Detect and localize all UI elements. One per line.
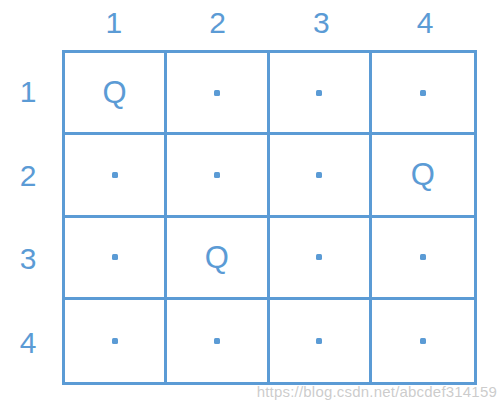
cell-r4c3 (270, 300, 372, 382)
empty-marker-dot (214, 338, 220, 344)
empty-marker-dot (420, 254, 426, 260)
cell-r3c2: Q (167, 218, 269, 300)
cell-r3c1 (65, 218, 167, 300)
cell-r1c3 (270, 53, 372, 135)
cell-r4c2 (167, 300, 269, 382)
cell-r2c4: Q (372, 135, 474, 217)
column-label-2: 2 (166, 2, 270, 44)
row-label-1: 1 (0, 50, 56, 134)
cell-r4c1 (65, 300, 167, 382)
row-label-3: 3 (0, 218, 56, 302)
cell-r3c4 (372, 218, 474, 300)
empty-marker-dot (420, 338, 426, 344)
empty-marker-dot (112, 254, 118, 260)
queen-glyph: Q (205, 242, 229, 273)
row-label-2: 2 (0, 134, 56, 218)
row-labels: 1 2 3 4 (0, 50, 56, 385)
column-labels: 1 2 3 4 (62, 2, 477, 44)
board-grid: QQQ (62, 50, 477, 385)
column-label-1: 1 (62, 2, 166, 44)
cell-r1c4 (372, 53, 474, 135)
cell-r1c2 (167, 53, 269, 135)
empty-marker-dot (316, 254, 322, 260)
column-label-4: 4 (373, 2, 477, 44)
four-queens-diagram: 1 2 3 4 1 2 3 4 QQQ https://blog.csdn.ne… (0, 0, 501, 407)
empty-marker-dot (316, 338, 322, 344)
empty-marker-dot (214, 90, 220, 96)
queen-glyph: Q (411, 159, 435, 190)
column-label-3: 3 (270, 2, 374, 44)
cell-r1c1: Q (65, 53, 167, 135)
row-label-4: 4 (0, 301, 56, 385)
empty-marker-dot (112, 172, 118, 178)
cell-r3c3 (270, 218, 372, 300)
cell-r2c2 (167, 135, 269, 217)
cell-r2c3 (270, 135, 372, 217)
empty-marker-dot (112, 338, 118, 344)
cell-r2c1 (65, 135, 167, 217)
cell-r4c4 (372, 300, 474, 382)
empty-marker-dot (214, 172, 220, 178)
watermark-text: https://blog.csdn.net/abcdef314159 (257, 383, 497, 400)
empty-marker-dot (316, 172, 322, 178)
empty-marker-dot (420, 90, 426, 96)
empty-marker-dot (316, 90, 322, 96)
queen-glyph: Q (103, 77, 127, 108)
